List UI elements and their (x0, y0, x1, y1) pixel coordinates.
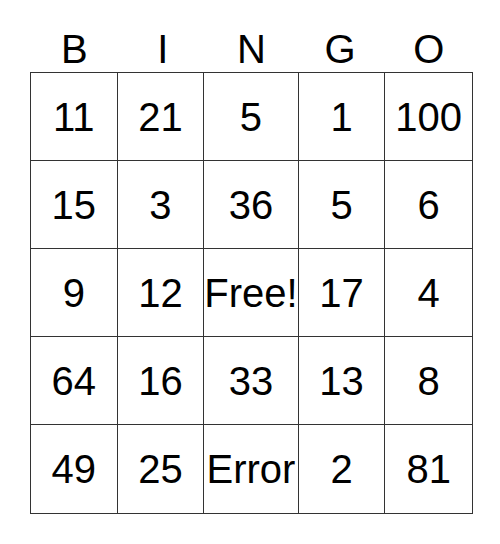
bingo-card: B I N G O 11 21 5 1 100 15 3 36 5 6 9 12… (30, 0, 473, 514)
cell-r1-c4[interactable]: 1 (299, 73, 386, 161)
cell-r3-c2[interactable]: 12 (118, 249, 205, 337)
bingo-grid: 11 21 5 1 100 15 3 36 5 6 9 12 Free! 17 … (30, 72, 473, 514)
cell-r2-c2[interactable]: 3 (118, 161, 205, 249)
cell-r2-c3[interactable]: 36 (204, 161, 298, 249)
header-letter-g: G (325, 29, 356, 72)
cell-r4-c4[interactable]: 13 (299, 337, 386, 425)
free-space-cell[interactable]: Free! (204, 249, 298, 337)
header-letter-n: N (237, 29, 266, 72)
cell-r3-c5[interactable]: 4 (385, 249, 472, 337)
cell-r5-c5[interactable]: 81 (385, 425, 472, 513)
cell-r5-c4[interactable]: 2 (299, 425, 386, 513)
cell-r2-c1[interactable]: 15 (31, 161, 118, 249)
cell-r2-c4[interactable]: 5 (299, 161, 386, 249)
cell-r4-c2[interactable]: 16 (118, 337, 205, 425)
cell-r4-c1[interactable]: 64 (31, 337, 118, 425)
cell-r1-c2[interactable]: 21 (118, 73, 205, 161)
cell-r1-c3[interactable]: 5 (204, 73, 298, 161)
header-letter-o: O (413, 29, 444, 72)
cell-r3-c4[interactable]: 17 (299, 249, 386, 337)
header-letter-b: B (61, 29, 88, 72)
cell-r4-c3[interactable]: 33 (204, 337, 298, 425)
cell-r1-c1[interactable]: 11 (31, 73, 118, 161)
header-letter-i: I (157, 29, 168, 72)
cell-r5-c1[interactable]: 49 (31, 425, 118, 513)
cell-r4-c5[interactable]: 8 (385, 337, 472, 425)
cell-r2-c5[interactable]: 6 (385, 161, 472, 249)
cell-r1-c5[interactable]: 100 (385, 73, 472, 161)
cell-r3-c1[interactable]: 9 (31, 249, 118, 337)
cell-r5-c2[interactable]: 25 (118, 425, 205, 513)
error-cell[interactable]: Error (204, 425, 298, 513)
bingo-header: B I N G O (30, 0, 473, 72)
